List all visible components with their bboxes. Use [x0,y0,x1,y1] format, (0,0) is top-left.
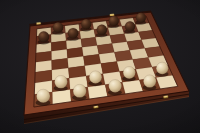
piece-light-f2[interactable] [123,66,135,78]
piece-light-d2[interactable] [89,71,102,84]
piece-dark-g7[interactable] [125,21,135,31]
piece-dark-e7[interactable] [97,25,107,35]
piece-light-h2[interactable] [156,62,168,74]
piece-dark-b8[interactable] [53,22,63,32]
piece-light-c1[interactable] [73,84,86,97]
piece-dark-a7[interactable] [38,31,49,42]
piece-light-a1[interactable] [37,89,51,103]
piece-dark-f8[interactable] [109,16,119,26]
piece-light-g1[interactable] [143,75,156,88]
piece-light-e1[interactable] [109,80,122,93]
piece-dark-d8[interactable] [81,19,91,29]
photo-background [0,0,200,133]
piece-light-b2[interactable] [55,75,68,88]
checkers-board [0,0,200,133]
piece-dark-c7[interactable] [68,28,79,39]
piece-dark-h8[interactable] [136,13,146,23]
